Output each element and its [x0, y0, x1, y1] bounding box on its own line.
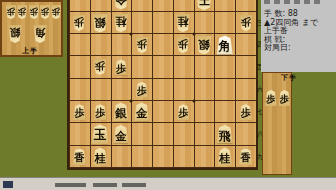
game-info-panel: 手 数: 88 ▲2四同角 まで 上手番 棋 戦: 対局日:: [261, 0, 336, 72]
piece-88-玉[interactable]: 玉: [91, 124, 109, 144]
piece-19-香[interactable]: 香: [239, 148, 253, 165]
piece-83-銀[interactable]: 銀: [92, 13, 108, 32]
star-point: [130, 100, 133, 103]
piece-78-金[interactable]: 金: [113, 125, 129, 144]
star-point: [130, 33, 133, 36]
gote-hand-piece-歩[interactable]: 歩: [6, 5, 17, 19]
status-text-marks: [93, 183, 117, 187]
game-date-label: 対局日:: [264, 43, 291, 52]
piece-99-香[interactable]: 香: [72, 148, 86, 165]
piece-34-銀[interactable]: 銀: [196, 36, 212, 55]
gote-hand-piece-角[interactable]: 角: [33, 25, 47, 43]
star-point: [192, 100, 195, 103]
gote-hand-piece-歩[interactable]: 歩: [51, 5, 62, 19]
piece-43-桂[interactable]: 桂: [176, 14, 191, 32]
status-text-marks: [122, 183, 146, 187]
piece-72-金[interactable]: 金: [113, 0, 129, 10]
piece-67-金[interactable]: 金: [134, 103, 150, 122]
piece-44-歩[interactable]: 歩: [177, 37, 190, 53]
shogi-app-window: 金玉歩銀桂桂歩歩歩銀角歩歩歩歩歩銀金歩歩玉金飛香桂桂香 三四五六七八九 歩歩歩歩…: [0, 0, 336, 190]
gote-hand-piece-歩[interactable]: 歩: [17, 5, 28, 19]
sente-hand-piece-歩[interactable]: 歩: [265, 90, 277, 106]
piece-13-歩[interactable]: 歩: [239, 15, 252, 31]
piece-93-歩[interactable]: 歩: [73, 15, 86, 31]
sente-hand-tray[interactable]: 歩歩: [262, 72, 292, 175]
sente-hand-label: 下手: [281, 75, 297, 82]
status-bar-icon: [3, 181, 13, 188]
piece-89-桂[interactable]: 桂: [93, 148, 108, 166]
star-point: [192, 33, 195, 36]
sente-hand-piece-歩[interactable]: 歩: [279, 90, 291, 106]
status-bar[interactable]: [0, 177, 336, 190]
piece-77-銀[interactable]: 銀: [113, 103, 129, 122]
piece-29-桂[interactable]: 桂: [217, 148, 232, 166]
gote-hand-piece-銀[interactable]: 銀: [8, 25, 22, 43]
piece-24-角[interactable]: 角: [216, 36, 233, 55]
gote-hand-piece-歩[interactable]: 歩: [28, 5, 39, 19]
piece-32-玉[interactable]: 玉: [195, 0, 213, 10]
shogi-board[interactable]: 金玉歩銀桂桂歩歩歩銀角歩歩歩歩歩銀金歩歩玉金飛香桂桂香: [69, 0, 256, 168]
gote-hand-piece-歩[interactable]: 歩: [39, 5, 50, 19]
status-text-marks: [55, 183, 86, 187]
piece-64-歩[interactable]: 歩: [135, 37, 148, 53]
piece-73-桂[interactable]: 桂: [113, 14, 128, 32]
piece-17-歩[interactable]: 歩: [239, 104, 252, 120]
piece-75-歩[interactable]: 歩: [114, 59, 127, 75]
piece-28-飛[interactable]: 飛: [216, 125, 233, 144]
gote-hand-label: 上手: [22, 48, 38, 55]
clipped-text-line: [264, 0, 324, 4]
piece-66-歩[interactable]: 歩: [135, 82, 148, 98]
piece-47-歩[interactable]: 歩: [177, 104, 190, 120]
piece-87-歩[interactable]: 歩: [94, 104, 107, 120]
piece-85-歩[interactable]: 歩: [94, 59, 107, 75]
piece-97-歩[interactable]: 歩: [73, 104, 86, 120]
